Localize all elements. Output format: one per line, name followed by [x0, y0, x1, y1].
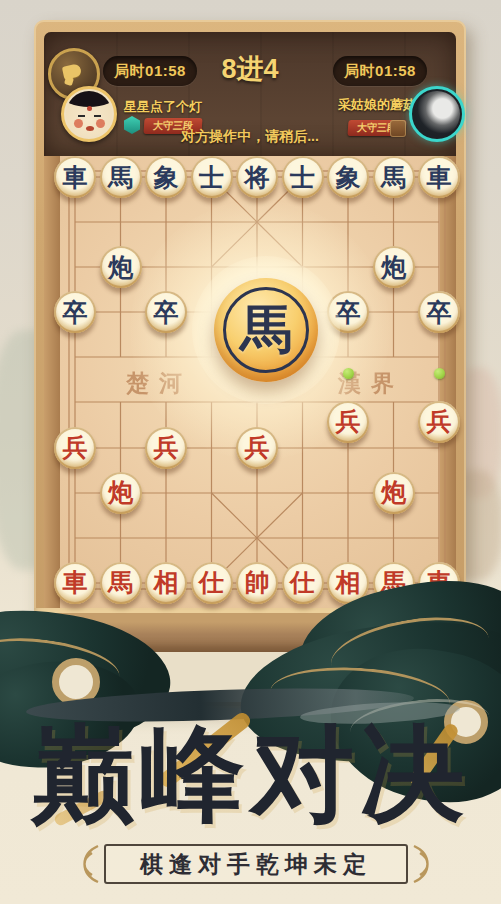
piece-red-b0[interactable]: 馬 [100, 562, 142, 604]
piece-black-i9[interactable]: 車 [418, 156, 460, 198]
piece-black-c6[interactable]: 卒 [145, 291, 187, 333]
piece-red-a3[interactable]: 兵 [54, 427, 96, 469]
piece-black-b7[interactable]: 炮 [100, 246, 142, 288]
piece-red-d0[interactable]: 仕 [191, 562, 233, 604]
flourish-left-icon [74, 844, 100, 884]
app-store-screenshot: 局时01:58 8进4 局时01:58 星星点了个灯 大守三段 采姑娘的蘑菇 大… [0, 0, 501, 904]
piece-red-i3[interactable]: 兵 [418, 401, 460, 443]
piece-red-c3[interactable]: 兵 [145, 427, 187, 469]
piece-black-h7[interactable]: 炮 [373, 246, 415, 288]
flourish-right-icon [412, 844, 438, 884]
piece-red-a0[interactable]: 車 [54, 562, 96, 604]
piece-black-g9[interactable]: 象 [327, 156, 369, 198]
piece-black-h9[interactable]: 馬 [373, 156, 415, 198]
move-hint-dot [434, 368, 445, 379]
piece-red-h2[interactable]: 炮 [373, 472, 415, 514]
piece-black-c9[interactable]: 象 [145, 156, 187, 198]
move-hint-dot [343, 368, 354, 379]
marketing-title: 巅峰对决 [0, 700, 501, 850]
piece-red-e3[interactable]: 兵 [236, 427, 278, 469]
piece-black-f9[interactable]: 士 [282, 156, 324, 198]
piece-red-e0[interactable]: 帥 [236, 562, 278, 604]
marketing-subtitle-box: 棋逢对手乾坤未定 [104, 844, 408, 884]
piece-red-b2[interactable]: 炮 [100, 472, 142, 514]
piece-black-d9[interactable]: 士 [191, 156, 233, 198]
piece-black-b9[interactable]: 馬 [100, 156, 142, 198]
piece-black-a6[interactable]: 卒 [54, 291, 96, 333]
horse-character: 馬 [223, 287, 309, 373]
marketing-subtitle: 棋逢对手乾坤未定 [140, 849, 372, 880]
piece-black-e9[interactable]: 将 [236, 156, 278, 198]
piece-black-i6[interactable]: 卒 [418, 291, 460, 333]
piece-red-c0[interactable]: 相 [145, 562, 187, 604]
piece-black-a9[interactable]: 車 [54, 156, 96, 198]
animated-horse-piece: 馬 [214, 278, 318, 382]
piece-red-f0[interactable]: 仕 [282, 562, 324, 604]
piece-red-g3[interactable]: 兵 [327, 401, 369, 443]
